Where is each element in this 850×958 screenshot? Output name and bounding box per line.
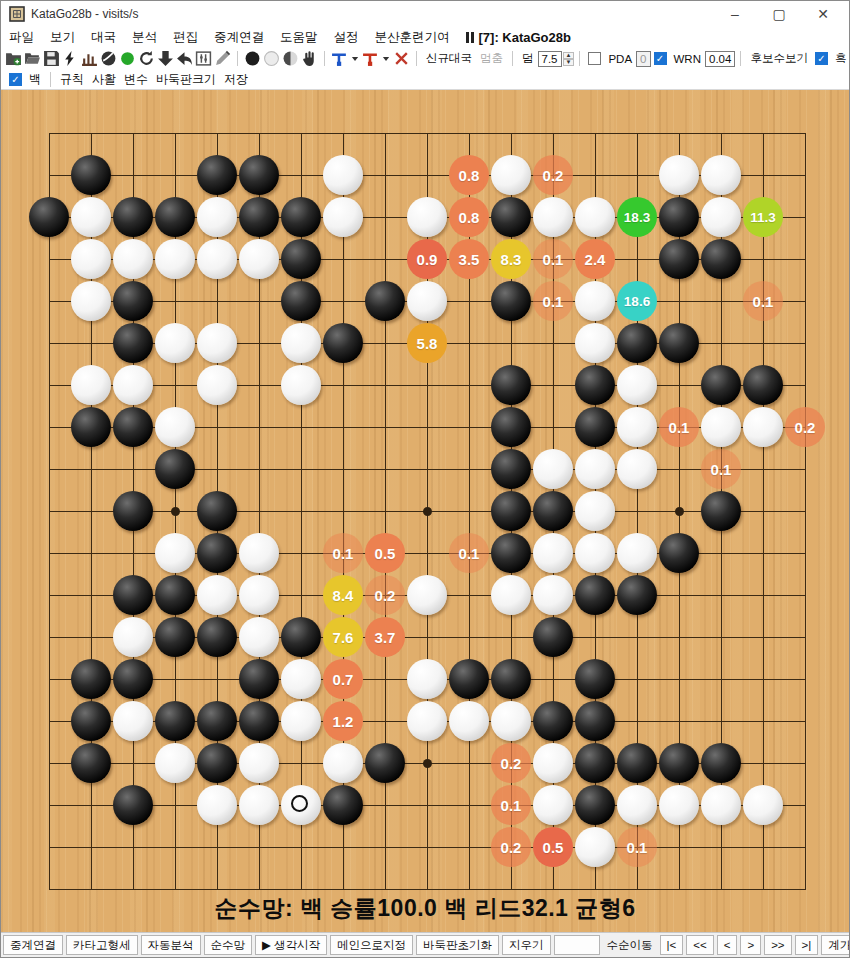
new-game-button[interactable]: 신규대국 [426,51,472,66]
wrn-label: WRN [674,53,701,65]
black-stone[interactable] [113,785,153,825]
bottom-button->|[interactable]: >| [795,935,819,955]
black-stone[interactable] [197,701,237,741]
white-stone[interactable] [239,575,279,615]
white-stone[interactable] [239,617,279,657]
komi-input[interactable]: 7.5 [538,51,562,67]
white-stone[interactable] [575,197,615,237]
black-stone[interactable] [491,407,531,447]
black-stone[interactable] [575,659,615,699]
white-checkbox[interactable]: ✓ [9,73,22,86]
white-stone[interactable] [197,323,237,363]
black-stone[interactable] [197,491,237,531]
candidate-move-circle[interactable]: 18.3 [617,197,657,237]
candidate-move-circle[interactable]: 0.2 [785,407,825,447]
white-stone[interactable] [533,743,573,783]
black-stone[interactable] [197,743,237,783]
black-stone[interactable] [71,407,111,447]
wrn-input[interactable]: 0.04 [705,51,735,67]
black-stone[interactable] [659,533,699,573]
candidate-move-circle[interactable]: 0.1 [743,281,783,321]
menu-item-보기[interactable]: 보기 [42,29,83,46]
hand-icon[interactable] [301,50,318,67]
white-stone[interactable] [155,323,195,363]
white-stone[interactable] [575,827,615,867]
white-stone[interactable] [533,575,573,615]
black-stone[interactable] [113,281,153,321]
white-stone[interactable] [155,743,195,783]
black-stone[interactable] [617,743,657,783]
white-stone[interactable] [71,197,111,237]
white-stone[interactable] [239,239,279,279]
komi-spinner[interactable]: ▲▼ [563,52,575,66]
white-stone[interactable] [575,323,615,363]
candidate-move-circle[interactable]: 0.1 [659,407,699,447]
black-stone[interactable] [239,701,279,741]
candidate-move-circle[interactable]: 3.5 [449,239,489,279]
white-stone[interactable] [155,407,195,447]
black-stone[interactable] [659,197,699,237]
toolbar2-item-변수[interactable]: 변수 [124,71,148,88]
black-stone[interactable] [533,491,573,531]
folder-add-icon[interactable] [5,50,22,67]
pda-input[interactable]: 0 [636,51,650,67]
black-stone[interactable] [491,281,531,321]
white-stone[interactable] [533,197,573,237]
black-stone[interactable] [491,365,531,405]
window-title: KataGo28b - visits/s [31,7,138,21]
black-stone[interactable] [155,197,195,237]
pda-checkbox[interactable] [588,52,601,65]
menu-bar: 파일보기대국분석편집중계연결도움말설정분산훈련기여 [7]: KataGo28b [1,27,849,48]
white-stone[interactable] [323,197,363,237]
bottom-button-순수망[interactable]: 순수망 [204,935,253,955]
white-stone[interactable] [743,407,783,447]
bottom-button-계가[interactable]: 계가 [821,935,850,955]
toolbar2-item-사활[interactable]: 사활 [92,71,116,88]
black-stone[interactable] [197,155,237,195]
main-toolbar: 신규대국 멈춤 덤 7.5 ▲▼ PDA 0 ✓ WRN 0.04 후보수보기 … [1,48,849,69]
toolbar2-item-저장[interactable]: 저장 [224,71,248,88]
white-stone[interactable] [281,785,321,825]
undo-icon[interactable] [176,50,193,67]
bottom-button-<[interactable]: < [717,935,738,955]
status-line: 순수망: 백 승률100.0 백 리드32.1 균형6 [1,893,849,924]
wrn-checkbox[interactable]: ✓ [654,52,667,65]
candidates-checkbox[interactable]: ✓ [815,52,828,65]
black-stone[interactable] [113,323,153,363]
menu-item-분석[interactable]: 분석 [124,29,165,46]
last-move-marker [291,795,308,812]
white-stone[interactable] [491,575,531,615]
star-point [423,759,432,768]
white-stone[interactable] [281,701,321,741]
white-stone[interactable] [281,365,321,405]
white-stone[interactable] [617,365,657,405]
black-stone[interactable] [575,407,615,447]
toolbar2-item-규칙[interactable]: 규칙 [60,71,84,88]
engine-status: [7]: KataGo28b [466,30,571,45]
white-stone[interactable] [407,659,447,699]
caret-icon[interactable] [350,50,360,67]
black-stone[interactable] [113,659,153,699]
candidate-move-circle[interactable]: 0.2 [491,743,531,783]
menu-item-대국[interactable]: 대국 [83,29,124,46]
black-stone[interactable] [281,281,321,321]
black-stone[interactable] [491,197,531,237]
white-stone[interactable] [239,533,279,573]
black-stone[interactable] [575,701,615,741]
bottom-button-|<[interactable]: |< [660,935,684,955]
x-red-icon[interactable] [393,50,410,67]
candidate-move-circle[interactable]: 8.4 [323,575,363,615]
white-stone[interactable] [575,533,615,573]
white-stone[interactable] [71,365,111,405]
white-stone[interactable] [197,239,237,279]
menu-item-편집[interactable]: 편집 [165,29,206,46]
black-stone[interactable] [71,701,111,741]
white-stone[interactable] [659,785,699,825]
candidate-move-circle[interactable]: 0.1 [491,785,531,825]
white-stone[interactable] [701,407,741,447]
candidate-move-circle[interactable]: 0.8 [449,155,489,195]
white-label: 백 [29,71,41,88]
white-stone[interactable] [407,575,447,615]
white-stone[interactable] [323,743,363,783]
bottom-button->[interactable]: > [740,935,761,955]
blank-button[interactable] [554,935,600,955]
candidate-move-circle[interactable]: 0.1 [533,281,573,321]
black-stone[interactable] [281,197,321,237]
white-stone[interactable] [71,239,111,279]
white-stone[interactable] [701,197,741,237]
candidate-move-circle[interactable]: 0.9 [407,239,447,279]
black-stone[interactable] [575,365,615,405]
black-stone[interactable] [659,323,699,363]
black-stone[interactable] [113,197,153,237]
white-stone[interactable] [701,155,741,195]
white-stone[interactable] [281,323,321,363]
komi-label: 덤 [522,51,534,66]
white-stone[interactable] [743,785,783,825]
black-stone[interactable] [491,659,531,699]
bottom-button->>[interactable]: >> [764,935,791,955]
white-stone[interactable] [491,155,531,195]
white-stone[interactable] [533,449,573,489]
bottom-button-▶ 생각시작[interactable]: ▶ 생각시작 [255,935,327,955]
star-point [171,507,180,516]
black-stone[interactable] [575,743,615,783]
white-stone[interactable] [113,365,153,405]
save-icon[interactable] [43,50,60,67]
black-stone[interactable] [659,239,699,279]
menu-item-분산훈련기여[interactable]: 분산훈련기여 [367,29,458,46]
white-stone[interactable] [449,701,489,741]
title-bar: KataGo28b - visits/s – ▢ ✕ [1,1,849,27]
white-stone[interactable] [113,617,153,657]
black-stone[interactable] [701,491,741,531]
candidate-move-circle[interactable]: 0.5 [365,533,405,573]
candidate-move-circle[interactable]: 7.6 [323,617,363,657]
white-stone[interactable] [113,701,153,741]
black-stone[interactable] [617,323,657,363]
black-stone[interactable] [155,575,195,615]
app-window: KataGo28b - visits/s – ▢ ✕ 파일보기대국분석편집중계연… [0,0,850,958]
tree-red-icon[interactable] [362,50,379,67]
menu-item-도움말[interactable]: 도움말 [272,29,326,46]
white-stone[interactable] [617,407,657,447]
candidate-move-circle[interactable]: 2.4 [575,239,615,279]
black-stone[interactable] [701,239,741,279]
white-stone[interactable] [239,743,279,783]
black-stone[interactable] [365,281,405,321]
black-stone[interactable] [239,155,279,195]
black-stone[interactable] [575,785,615,825]
bottom-button-카타고형세[interactable]: 카타고형세 [66,935,138,955]
white-stone[interactable] [323,155,363,195]
stop-button[interactable]: 멈춤 [480,51,503,66]
black-stone[interactable] [449,659,489,699]
pause-icon [466,32,474,43]
stone-black-icon[interactable] [244,50,261,67]
white-stone[interactable] [407,197,447,237]
toolbar2-item-바둑판크기[interactable]: 바둑판크기 [156,71,216,88]
candidate-move-circle[interactable]: 0.8 [449,197,489,237]
white-stone[interactable] [71,281,111,321]
candidate-move-circle[interactable]: 0.1 [323,533,363,573]
black-stone[interactable] [29,197,69,237]
white-stone[interactable] [155,239,195,279]
maximize-button[interactable]: ▢ [757,1,801,27]
folder-open-icon[interactable] [24,50,41,67]
black-stone[interactable] [239,197,279,237]
black-stone[interactable] [155,701,195,741]
white-stone[interactable] [239,785,279,825]
white-stone[interactable] [155,533,195,573]
bottom-button-<<[interactable]: << [686,935,713,955]
sliders-icon[interactable] [195,50,212,67]
pda-label: PDA [608,53,632,65]
bottom-button-바둑판초기화[interactable]: 바둑판초기화 [416,935,499,955]
black-stone[interactable] [71,659,111,699]
pencil-icon[interactable] [214,50,231,67]
board-area: 0.80.20.818.311.30.93.58.30.12.40.118.60… [1,90,849,934]
candidate-move-circle[interactable]: 3.7 [365,617,405,657]
black-stone[interactable] [575,575,615,615]
minimize-button[interactable]: – [713,1,757,27]
bottom-button-메인으로지정[interactable]: 메인으로지정 [330,935,413,955]
candidate-move-circle[interactable]: 0.2 [491,827,531,867]
black-stone[interactable] [239,659,279,699]
black-stone[interactable] [491,449,531,489]
tree-blue-icon[interactable] [331,50,348,67]
white-stone[interactable] [575,449,615,489]
white-stone[interactable] [575,281,615,321]
stone-half-icon[interactable] [282,50,299,67]
candidate-move-circle[interactable]: 1.2 [323,701,363,741]
white-stone[interactable] [701,785,741,825]
black-stone[interactable] [617,575,657,615]
chart-icon[interactable] [81,50,98,67]
candidate-move-circle[interactable]: 0.1 [533,239,573,279]
candidates-color-label: 흑 [835,51,847,66]
bottom-toolbar: 중계연결카타고형세자동분석순수망▶ 생각시작메인으로지정바둑판초기화지우기수순이… [1,932,849,957]
caret-icon[interactable] [381,50,391,67]
white-stone[interactable] [617,449,657,489]
white-stone[interactable] [617,785,657,825]
black-stone[interactable] [155,617,195,657]
star-point [675,507,684,516]
black-stone[interactable] [281,239,321,279]
bottom-button-자동분석[interactable]: 자동분석 [141,935,201,955]
black-stone[interactable] [323,785,363,825]
secondary-toolbar: ✓ 백 규칙사활변수바둑판크기저장 [1,69,849,90]
white-stone[interactable] [617,533,657,573]
white-stone[interactable] [659,155,699,195]
bottom-button-중계연결[interactable]: 중계연결 [3,935,63,955]
candidate-move-circle[interactable]: 18.6 [617,281,657,321]
candidate-move-circle[interactable]: 0.1 [449,533,489,573]
menu-item-중계연결[interactable]: 중계연결 [206,29,272,46]
black-stone[interactable] [701,365,741,405]
green-dot-icon[interactable] [119,50,136,67]
candidate-move-circle[interactable]: 5.8 [407,323,447,363]
star-point [423,507,432,516]
arrow-down-icon[interactable] [157,50,174,67]
candidate-move-circle[interactable]: 0.2 [533,155,573,195]
black-stone[interactable] [743,365,783,405]
candidate-move-circle[interactable]: 0.1 [701,449,741,489]
black-stone[interactable] [323,323,363,363]
white-stone[interactable] [197,575,237,615]
black-stone[interactable] [491,533,531,573]
white-stone[interactable] [575,491,615,531]
black-stone[interactable] [197,533,237,573]
white-stone[interactable] [197,365,237,405]
bolt-icon[interactable] [62,50,79,67]
candidate-move-circle[interactable]: 0.1 [617,827,657,867]
candidate-move-circle[interactable]: 8.3 [491,239,531,279]
candidate-move-circle[interactable]: 0.2 [365,575,405,615]
black-stone[interactable] [701,743,741,783]
white-stone[interactable] [407,281,447,321]
black-stone[interactable] [365,743,405,783]
black-stone[interactable] [533,617,573,657]
app-icon [9,6,25,22]
stone-white-icon[interactable] [263,50,280,67]
candidate-move-circle[interactable]: 11.3 [743,197,783,237]
move-nav-label: 수순이동 [603,938,657,953]
black-stone[interactable] [533,701,573,741]
white-stone[interactable] [197,197,237,237]
close-button[interactable]: ✕ [801,1,845,27]
black-stone[interactable] [491,491,531,531]
white-stone[interactable] [533,785,573,825]
white-stone[interactable] [407,701,447,741]
black-stone[interactable] [281,617,321,657]
white-stone[interactable] [491,701,531,741]
white-stone[interactable] [197,785,237,825]
goban[interactable]: 0.80.20.818.311.30.93.58.30.12.40.118.60… [49,133,806,890]
candidate-move-circle[interactable]: 0.5 [533,827,573,867]
globe-icon[interactable] [100,50,117,67]
candidate-move-circle[interactable]: 0.7 [323,659,363,699]
bottom-button-지우기[interactable]: 지우기 [502,935,551,955]
black-stone[interactable] [197,617,237,657]
white-stone[interactable] [533,533,573,573]
black-stone[interactable] [113,407,153,447]
white-stone[interactable] [281,659,321,699]
menu-item-설정[interactable]: 설정 [326,29,367,46]
black-stone[interactable] [71,155,111,195]
black-stone[interactable] [659,743,699,783]
refresh-icon[interactable] [138,50,155,67]
candidates-label: 후보수보기 [750,51,808,66]
black-stone[interactable] [113,491,153,531]
white-stone[interactable] [113,239,153,279]
black-stone[interactable] [71,743,111,783]
black-stone[interactable] [113,575,153,615]
menu-item-파일[interactable]: 파일 [1,29,42,46]
black-stone[interactable] [155,449,195,489]
